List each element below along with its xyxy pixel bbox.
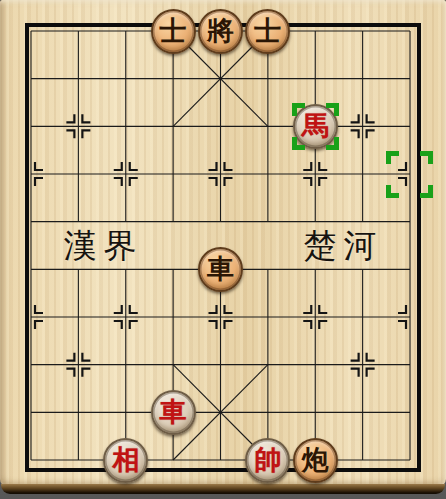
bracket-corner: [326, 103, 339, 116]
piece-red-帥[interactable]: 帥: [245, 438, 290, 483]
piece-black-將[interactable]: 將: [198, 9, 243, 54]
bracket-corner: [292, 137, 305, 150]
bracket-corner: [386, 185, 399, 198]
bracket-corner: [420, 151, 433, 164]
xiangqi-app: 漢界 楚河 士將士馬車車相帥炮: [0, 0, 446, 499]
bracket-corner: [386, 151, 399, 164]
bracket-corner: [292, 103, 305, 116]
piece-red-車[interactable]: 車: [151, 390, 196, 435]
piece-black-士[interactable]: 士: [245, 9, 290, 54]
piece-black-炮[interactable]: 炮: [293, 438, 338, 483]
move-target-brackets[interactable]: [386, 151, 433, 198]
bracket-corner: [420, 185, 433, 198]
bracket-corner: [326, 137, 339, 150]
piece-grid: 士將士馬車車相帥炮: [7, 7, 433, 484]
piece-black-士[interactable]: 士: [151, 9, 196, 54]
piece-red-相[interactable]: 相: [103, 438, 148, 483]
piece-black-車[interactable]: 車: [198, 247, 243, 292]
selected-piece-brackets: [292, 103, 339, 150]
